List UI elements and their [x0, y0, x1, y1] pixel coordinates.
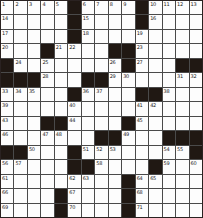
crossword-cell[interactable] [95, 189, 107, 202]
clue-number: 66 [2, 189, 8, 195]
clue-number: 51 [83, 146, 89, 152]
crossword-cell[interactable]: 11 [163, 1, 175, 14]
crossword-cell[interactable]: 35 [28, 88, 40, 101]
black-cell [68, 146, 80, 159]
crossword-cell[interactable] [41, 189, 53, 202]
crossword-cell[interactable] [109, 160, 121, 173]
crossword-cell[interactable]: 32 [190, 73, 202, 86]
crossword-cell[interactable] [28, 15, 40, 28]
black-cell [95, 131, 107, 144]
clue-number: 46 [2, 131, 8, 137]
crossword-cell[interactable]: 46 [1, 131, 13, 144]
clue-number: 55 [177, 146, 183, 152]
crossword-cell[interactable] [176, 102, 188, 115]
clue-number: 21 [56, 44, 62, 50]
crossword-cell[interactable] [14, 15, 26, 28]
crossword-cell[interactable] [55, 102, 67, 115]
crossword-cell[interactable] [95, 30, 107, 43]
crossword-cell[interactable] [95, 15, 107, 28]
clue-number: 57 [15, 160, 21, 166]
crossword-cell[interactable]: 44 [68, 117, 80, 130]
clue-number: 12 [177, 1, 183, 7]
crossword-cell[interactable]: 71 [136, 204, 148, 217]
crossword-cell[interactable] [41, 102, 53, 115]
black-cell [68, 1, 80, 14]
crossword-cell[interactable]: 49 [122, 131, 134, 144]
clue-number: 39 [2, 102, 8, 108]
black-cell [176, 131, 188, 144]
crossword-cell[interactable] [109, 30, 121, 43]
crossword-cell[interactable] [14, 131, 26, 144]
crossword-cell[interactable] [149, 189, 161, 202]
clue-number: 67 [69, 189, 75, 195]
crossword-cell[interactable]: 15 [82, 15, 94, 28]
crossword-cell[interactable] [95, 117, 107, 130]
crossword-cell[interactable] [41, 204, 53, 217]
crossword-cell[interactable] [55, 160, 67, 173]
clue-number: 45 [137, 117, 143, 123]
crossword-cell[interactable] [176, 88, 188, 101]
crossword-cell[interactable]: 65 [149, 175, 161, 188]
crossword-cell[interactable] [55, 15, 67, 28]
clue-number: 65 [150, 175, 156, 181]
crossword-cell[interactable] [163, 44, 175, 57]
crossword-cell[interactable] [55, 88, 67, 101]
crossword-cell[interactable] [14, 44, 26, 57]
black-cell [122, 204, 134, 217]
crossword-cell[interactable]: 69 [1, 204, 13, 217]
crossword-cell[interactable] [95, 44, 107, 57]
crossword-cell[interactable] [163, 102, 175, 115]
crossword-cell[interactable] [14, 117, 26, 130]
crossword-cell[interactable] [149, 117, 161, 130]
clue-number: 36 [83, 88, 89, 94]
crossword-cell[interactable] [82, 117, 94, 130]
crossword-cell[interactable]: 23 [136, 44, 148, 57]
clue-number: 2 [15, 1, 18, 7]
crossword-cell[interactable] [163, 73, 175, 86]
clue-number: 28 [42, 73, 48, 79]
crossword-cell[interactable]: 2 [14, 1, 26, 14]
crossword-cell[interactable] [28, 160, 40, 173]
black-cell [82, 73, 94, 86]
clue-number: 30 [123, 73, 129, 79]
crossword-cell[interactable] [41, 146, 53, 159]
crossword-cell[interactable]: 63 [82, 175, 94, 188]
clue-number: 15 [83, 15, 89, 21]
crossword-cell[interactable] [95, 175, 107, 188]
crossword-cell[interactable]: 18 [82, 30, 94, 43]
clue-number: 5 [56, 1, 59, 7]
crossword-cell[interactable]: 53 [109, 146, 121, 159]
crossword-cell[interactable] [82, 59, 94, 72]
crossword-cell[interactable] [28, 102, 40, 115]
black-cell [68, 160, 80, 173]
crossword-cell[interactable] [149, 146, 161, 159]
crossword-cell[interactable] [95, 59, 107, 72]
black-cell [68, 88, 80, 101]
crossword-cell[interactable] [82, 204, 94, 217]
crossword-cell[interactable] [109, 117, 121, 130]
crossword-cell[interactable] [14, 189, 26, 202]
clue-number: 60 [191, 160, 197, 166]
crossword-cell[interactable] [122, 146, 134, 159]
crossword-cell[interactable]: 48 [55, 131, 67, 144]
crossword-cell[interactable] [122, 102, 134, 115]
crossword-cell[interactable] [190, 204, 202, 217]
clue-number: 58 [96, 160, 102, 166]
crossword-cell[interactable] [149, 131, 161, 144]
crossword-cell[interactable] [176, 175, 188, 188]
black-cell [109, 44, 121, 57]
crossword-cell[interactable] [122, 160, 134, 173]
clue-number: 29 [110, 73, 116, 79]
clue-number: 71 [137, 204, 143, 210]
crossword-cell[interactable] [14, 30, 26, 43]
crossword-cell[interactable]: 43 [1, 117, 13, 130]
crossword-cell[interactable] [28, 117, 40, 130]
clue-number: 26 [110, 59, 116, 65]
crossword-cell[interactable] [163, 175, 175, 188]
crossword-cell[interactable] [95, 102, 107, 115]
clue-number: 48 [56, 131, 62, 137]
crossword-cell[interactable]: 20 [1, 44, 13, 57]
black-cell [190, 131, 202, 144]
crossword-cell[interactable]: 64 [136, 175, 148, 188]
crossword-cell[interactable]: 4 [41, 1, 53, 14]
crossword-cell[interactable]: 31 [176, 73, 188, 86]
clue-number: 23 [137, 44, 143, 50]
crossword-cell[interactable] [149, 73, 161, 86]
black-cell [122, 175, 134, 188]
crossword-cell[interactable] [176, 44, 188, 57]
crossword-cell[interactable] [55, 30, 67, 43]
crossword-cell[interactable] [163, 189, 175, 202]
crossword-cell[interactable]: 55 [176, 146, 188, 159]
clue-number: 62 [69, 175, 75, 181]
crossword-cell[interactable] [163, 15, 175, 28]
clue-number: 6 [83, 1, 86, 7]
crossword-cell[interactable] [190, 88, 202, 101]
crossword-cell[interactable]: 10 [149, 1, 161, 14]
clue-number: 35 [29, 88, 35, 94]
crossword-cell[interactable]: 19 [136, 30, 148, 43]
crossword-cell[interactable]: 37 [95, 88, 107, 101]
crossword-cell[interactable] [190, 175, 202, 188]
crossword-cell[interactable] [28, 189, 40, 202]
black-cell [136, 15, 148, 28]
crossword-cell[interactable] [176, 204, 188, 217]
crossword-cell[interactable]: 5 [55, 1, 67, 14]
clue-number: 20 [2, 44, 8, 50]
crossword-cell[interactable] [68, 73, 80, 86]
crossword-cell[interactable]: 52 [95, 146, 107, 159]
crossword-cell[interactable]: 42 [149, 102, 161, 115]
clue-number: 70 [69, 204, 75, 210]
clue-number: 22 [69, 44, 75, 50]
crossword-cell[interactable] [41, 175, 53, 188]
crossword-cell[interactable]: 45 [136, 117, 148, 130]
crossword-cell[interactable]: 61 [1, 175, 13, 188]
clue-number: 3 [29, 1, 32, 7]
crossword-cell[interactable] [176, 160, 188, 173]
crossword-cell[interactable]: 13 [190, 1, 202, 14]
crossword-cell[interactable]: 67 [68, 189, 80, 202]
clue-number: 8 [110, 1, 113, 7]
black-cell [122, 117, 134, 130]
clue-number: 24 [15, 59, 21, 65]
crossword-cell[interactable]: 25 [41, 59, 53, 72]
black-cell [28, 73, 40, 86]
clue-number: 4 [42, 1, 45, 7]
crossword-cell[interactable]: 59 [163, 160, 175, 173]
black-cell [82, 160, 94, 173]
crossword-cell[interactable] [82, 189, 94, 202]
crossword-cell[interactable]: 1 [1, 1, 13, 14]
crossword-cell[interactable] [149, 44, 161, 57]
crossword-cell[interactable] [109, 102, 121, 115]
black-cell [149, 88, 161, 101]
clue-number: 9 [123, 1, 126, 7]
crossword-cell[interactable] [163, 204, 175, 217]
crossword-cell[interactable] [136, 73, 148, 86]
black-cell [1, 146, 13, 159]
black-cell [122, 189, 134, 202]
clue-number: 68 [137, 189, 143, 195]
crossword-cell[interactable]: 8 [109, 1, 121, 14]
crossword-cell[interactable]: 14 [1, 15, 13, 28]
crossword-cell[interactable]: 40 [68, 102, 80, 115]
crossword-cell[interactable] [136, 146, 148, 159]
crossword-cell[interactable]: 17 [1, 30, 13, 43]
crossword-cell[interactable] [109, 204, 121, 217]
black-cell [55, 189, 67, 202]
crossword-cell[interactable] [176, 189, 188, 202]
clue-number: 44 [69, 117, 75, 123]
black-cell [14, 73, 26, 86]
clue-number: 42 [150, 102, 156, 108]
clue-number: 59 [164, 160, 170, 166]
crossword-grid: 1234567891011121314151617181920212223242… [0, 0, 203, 218]
crossword-cell[interactable] [41, 30, 53, 43]
crossword-cell[interactable] [190, 30, 202, 43]
crossword-cell[interactable] [28, 59, 40, 72]
clue-number: 53 [110, 146, 116, 152]
clue-number: 37 [96, 88, 102, 94]
black-cell [55, 204, 67, 217]
crossword-cell[interactable] [28, 30, 40, 43]
crossword-cell[interactable] [41, 15, 53, 28]
clue-number: 61 [2, 175, 8, 181]
clue-number: 50 [29, 146, 35, 152]
crossword-cell[interactable]: 24 [14, 59, 26, 72]
crossword-cell[interactable] [176, 30, 188, 43]
clue-number: 10 [150, 1, 156, 7]
crossword-cell[interactable] [190, 44, 202, 57]
crossword-cell[interactable] [190, 15, 202, 28]
crossword-cell[interactable] [149, 30, 161, 43]
clue-number: 25 [42, 59, 48, 65]
crossword-cell[interactable]: 60 [190, 160, 202, 173]
crossword-cell[interactable] [55, 175, 67, 188]
clue-number: 32 [191, 73, 197, 79]
black-cell [190, 146, 202, 159]
crossword-cell[interactable] [136, 160, 148, 173]
crossword-cell[interactable] [163, 117, 175, 130]
crossword-cell[interactable]: 66 [1, 189, 13, 202]
clue-number: 17 [2, 30, 8, 36]
clue-number: 40 [69, 102, 75, 108]
crossword-cell[interactable] [95, 204, 107, 217]
crossword-cell[interactable] [122, 15, 134, 28]
crossword-cell[interactable] [82, 44, 94, 57]
crossword-cell[interactable] [176, 117, 188, 130]
crossword-cell[interactable]: 39 [1, 102, 13, 115]
crossword-cell[interactable]: 41 [136, 102, 148, 115]
crossword-cell[interactable] [14, 175, 26, 188]
crossword-cell[interactable] [14, 102, 26, 115]
crossword-cell[interactable] [190, 102, 202, 115]
crossword-cell[interactable]: 50 [28, 146, 40, 159]
clue-number: 1 [2, 1, 5, 7]
crossword-cell[interactable]: 29 [109, 73, 121, 86]
black-cell [122, 59, 134, 72]
crossword-cell[interactable]: 68 [136, 189, 148, 202]
crossword-cell[interactable] [109, 189, 121, 202]
crossword-cell[interactable]: 6 [82, 1, 94, 14]
black-cell [68, 15, 80, 28]
crossword-cell[interactable]: 26 [109, 59, 121, 72]
clue-number: 63 [83, 175, 89, 181]
black-cell [163, 131, 175, 144]
clue-number: 64 [137, 175, 143, 181]
crossword-cell[interactable] [122, 88, 134, 101]
black-cell [176, 59, 188, 72]
clue-number: 47 [42, 131, 48, 137]
crossword-cell[interactable] [14, 204, 26, 217]
clue-number: 33 [2, 88, 8, 94]
black-cell [149, 160, 161, 173]
clue-number: 54 [164, 146, 170, 152]
clue-number: 34 [15, 88, 21, 94]
clue-number: 41 [137, 102, 143, 108]
crossword-cell[interactable]: 70 [68, 204, 80, 217]
crossword-cell[interactable] [163, 59, 175, 72]
crossword-cell[interactable]: 58 [95, 160, 107, 173]
black-cell [14, 146, 26, 159]
clue-number: 13 [191, 1, 197, 7]
crossword-cell[interactable] [28, 175, 40, 188]
crossword-cell[interactable] [28, 131, 40, 144]
crossword-cell[interactable]: 28 [41, 73, 53, 86]
crossword-cell[interactable] [190, 117, 202, 130]
black-cell [41, 44, 53, 57]
crossword-cell[interactable] [28, 44, 40, 57]
crossword-cell[interactable] [41, 88, 53, 101]
crossword-cell[interactable] [82, 102, 94, 115]
crossword-cell[interactable] [82, 131, 94, 144]
crossword-cell[interactable]: 54 [163, 146, 175, 159]
clue-number: 69 [2, 204, 8, 210]
crossword-cell[interactable] [55, 59, 67, 72]
crossword-cell[interactable]: 27 [136, 59, 148, 72]
clue-number: 19 [137, 30, 143, 36]
crossword-cell[interactable]: 16 [149, 15, 161, 28]
black-cell [109, 131, 121, 144]
crossword-cell[interactable] [109, 88, 121, 101]
crossword-cell[interactable] [136, 131, 148, 144]
crossword-cell[interactable]: 12 [176, 1, 188, 14]
black-cell [122, 44, 134, 57]
crossword-cell[interactable] [149, 59, 161, 72]
clue-number: 52 [96, 146, 102, 152]
clue-number: 7 [96, 1, 99, 7]
clue-number: 27 [137, 59, 143, 65]
clue-number: 14 [2, 15, 8, 21]
crossword-cell[interactable]: 38 [163, 88, 175, 101]
crossword-cell[interactable] [163, 30, 175, 43]
clue-number: 16 [150, 15, 156, 21]
clue-number: 43 [2, 117, 8, 123]
black-cell [1, 73, 13, 86]
crossword-cell[interactable] [176, 15, 188, 28]
crossword-board: 1234567891011121314151617181920212223242… [0, 0, 203, 218]
clue-number: 11 [164, 1, 170, 7]
crossword-cell[interactable] [109, 175, 121, 188]
crossword-cell[interactable]: 22 [68, 44, 80, 57]
crossword-cell[interactable]: 30 [122, 73, 134, 86]
crossword-cell[interactable] [149, 204, 161, 217]
clue-number: 31 [177, 73, 183, 79]
black-cell [1, 59, 13, 72]
crossword-cell[interactable] [109, 15, 121, 28]
crossword-cell[interactable]: 47 [41, 131, 53, 144]
crossword-cell[interactable] [122, 30, 134, 43]
crossword-cell[interactable] [28, 204, 40, 217]
crossword-cell[interactable]: 21 [55, 44, 67, 57]
crossword-cell[interactable]: 34 [14, 88, 26, 101]
crossword-cell[interactable] [68, 131, 80, 144]
crossword-cell[interactable]: 7 [95, 1, 107, 14]
clue-number: 56 [2, 160, 8, 166]
crossword-cell[interactable] [55, 146, 67, 159]
clue-number: 38 [164, 88, 170, 94]
clue-number: 49 [123, 131, 129, 137]
crossword-cell[interactable]: 9 [122, 1, 134, 14]
crossword-cell[interactable]: 33 [1, 88, 13, 101]
black-cell [136, 88, 148, 101]
black-cell [68, 30, 80, 43]
black-cell [95, 73, 107, 86]
crossword-cell[interactable] [68, 59, 80, 72]
black-cell [55, 117, 67, 130]
crossword-cell[interactable]: 57 [14, 160, 26, 173]
crossword-cell[interactable] [190, 189, 202, 202]
crossword-cell[interactable]: 51 [82, 146, 94, 159]
clue-number: 18 [83, 30, 89, 36]
crossword-cell[interactable]: 56 [1, 160, 13, 173]
crossword-cell[interactable]: 62 [68, 175, 80, 188]
crossword-cell[interactable]: 36 [82, 88, 94, 101]
black-cell [41, 117, 53, 130]
black-cell [190, 59, 202, 72]
black-cell [136, 1, 148, 14]
crossword-cell[interactable] [41, 160, 53, 173]
crossword-cell[interactable] [55, 73, 67, 86]
crossword-cell[interactable]: 3 [28, 1, 40, 14]
